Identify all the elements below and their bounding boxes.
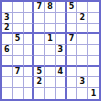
- cell-r3c5[interactable]: [45, 24, 56, 35]
- cell-r2c7[interactable]: [67, 13, 78, 24]
- cell-r1c5: 8: [45, 2, 56, 13]
- cell-r6c2[interactable]: [13, 56, 24, 67]
- cell-r7c9[interactable]: [88, 67, 99, 78]
- cell-r4c5: 1: [45, 34, 56, 45]
- cell-r7c1[interactable]: [2, 67, 13, 78]
- cell-r2c4[interactable]: [34, 13, 45, 24]
- cell-r9c2[interactable]: [13, 88, 24, 99]
- cell-r3c2[interactable]: [13, 24, 24, 35]
- cell-r9c6[interactable]: [56, 88, 67, 99]
- cell-r3c7[interactable]: [67, 24, 78, 35]
- cell-r7c7[interactable]: [67, 67, 78, 78]
- cell-r2c5[interactable]: [45, 13, 56, 24]
- cell-r1c8[interactable]: [77, 2, 88, 13]
- cell-r8c5[interactable]: [45, 77, 56, 88]
- cell-r6c4[interactable]: [34, 56, 45, 67]
- cell-r4c8[interactable]: [77, 34, 88, 45]
- cell-r7c2: 7: [13, 67, 24, 78]
- cell-r5c4[interactable]: [34, 45, 45, 56]
- sudoku-board: 78532251763754231: [0, 0, 101, 101]
- cell-r5c9[interactable]: [88, 45, 99, 56]
- cell-r5c8[interactable]: [77, 45, 88, 56]
- cell-r8c7[interactable]: [67, 77, 78, 88]
- cell-r7c3[interactable]: [24, 67, 35, 78]
- cell-r3c4[interactable]: [34, 24, 45, 35]
- cell-r4c1[interactable]: [2, 34, 13, 45]
- cell-r6c6[interactable]: [56, 56, 67, 67]
- cell-r6c8[interactable]: [77, 56, 88, 67]
- cell-r9c1[interactable]: [2, 88, 13, 99]
- cell-r8c4: 2: [34, 77, 45, 88]
- cell-r8c9[interactable]: [88, 77, 99, 88]
- cell-r5c5[interactable]: [45, 45, 56, 56]
- cell-r2c9[interactable]: [88, 13, 99, 24]
- cell-r3c3[interactable]: [24, 24, 35, 35]
- cell-r6c5[interactable]: [45, 56, 56, 67]
- cell-r5c2[interactable]: [13, 45, 24, 56]
- cell-r4c4[interactable]: [34, 34, 45, 45]
- cell-r8c6[interactable]: [56, 77, 67, 88]
- cell-r9c7[interactable]: [67, 88, 78, 99]
- cell-r5c7[interactable]: [67, 45, 78, 56]
- cell-r4c7: 7: [67, 34, 78, 45]
- cell-r6c7[interactable]: [67, 56, 78, 67]
- cell-r2c3[interactable]: [24, 13, 35, 24]
- cell-r9c3[interactable]: [24, 88, 35, 99]
- cell-r1c2[interactable]: [13, 2, 24, 13]
- cell-r7c4: 5: [34, 67, 45, 78]
- cell-r3c6[interactable]: [56, 24, 67, 35]
- cell-r1c4: 7: [34, 2, 45, 13]
- cell-r4c3[interactable]: [24, 34, 35, 45]
- cell-r4c6[interactable]: [56, 34, 67, 45]
- cell-r3c9[interactable]: [88, 24, 99, 35]
- cell-r1c3[interactable]: [24, 2, 35, 13]
- cell-r5c6: 3: [56, 45, 67, 56]
- cell-r2c8: 2: [77, 13, 88, 24]
- cell-r1c9[interactable]: [88, 2, 99, 13]
- cell-r3c1: 2: [2, 24, 13, 35]
- cell-r5c1: 6: [2, 45, 13, 56]
- cell-r6c1[interactable]: [2, 56, 13, 67]
- cell-r2c6[interactable]: [56, 13, 67, 24]
- cell-r5c3[interactable]: [24, 45, 35, 56]
- cell-r2c2[interactable]: [13, 13, 24, 24]
- cell-r8c2[interactable]: [13, 77, 24, 88]
- cell-r7c6: 4: [56, 67, 67, 78]
- cell-r4c2: 5: [13, 34, 24, 45]
- cell-r2c1: 3: [2, 13, 13, 24]
- cell-r1c1[interactable]: [2, 2, 13, 13]
- cell-r7c5[interactable]: [45, 67, 56, 78]
- cell-r1c6[interactable]: [56, 2, 67, 13]
- cell-r8c8: 3: [77, 77, 88, 88]
- cell-r1c7: 5: [67, 2, 78, 13]
- cell-r6c9[interactable]: [88, 56, 99, 67]
- cell-r7c8[interactable]: [77, 67, 88, 78]
- cell-r9c8[interactable]: [77, 88, 88, 99]
- cell-r3c8[interactable]: [77, 24, 88, 35]
- cell-r9c9: 1: [88, 88, 99, 99]
- cell-r9c4[interactable]: [34, 88, 45, 99]
- cell-r9c5[interactable]: [45, 88, 56, 99]
- cell-r6c3[interactable]: [24, 56, 35, 67]
- cell-r4c9[interactable]: [88, 34, 99, 45]
- cell-r8c3[interactable]: [24, 77, 35, 88]
- cell-r8c1[interactable]: [2, 77, 13, 88]
